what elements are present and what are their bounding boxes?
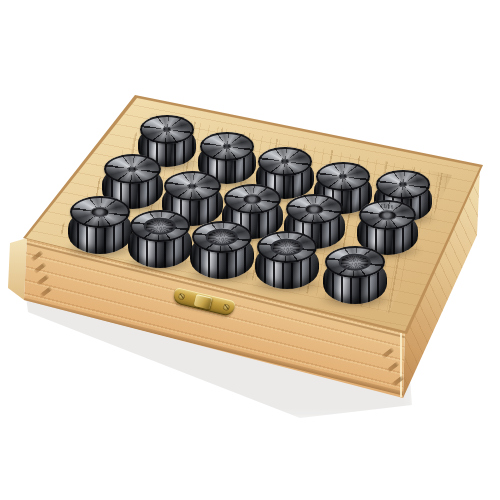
collet-top-face bbox=[325, 246, 385, 278]
collet-r3c3 bbox=[190, 221, 254, 279]
collet-top-face bbox=[200, 132, 255, 161]
collet-bore-hole bbox=[90, 207, 109, 217]
collet-top-face bbox=[257, 231, 317, 263]
collet-top-face bbox=[130, 210, 190, 242]
collet-bore-hole bbox=[128, 167, 137, 172]
collet-bore-hole bbox=[163, 127, 171, 131]
collet-r3c1 bbox=[68, 196, 132, 254]
collet-bore-hole bbox=[281, 159, 289, 163]
collet-size-marking: 11/16 bbox=[381, 203, 395, 209]
collet-bore-hole bbox=[339, 254, 371, 271]
product-photo-stage: 11/16 bbox=[0, 0, 500, 500]
collet-bore-hole bbox=[144, 218, 176, 235]
collet-bore-hole bbox=[339, 174, 347, 178]
collet-r3c4 bbox=[255, 231, 319, 289]
collet-top-face bbox=[316, 162, 371, 191]
collet-grid: 11/16 bbox=[0, 0, 500, 500]
collet-top-face bbox=[70, 196, 130, 228]
collet-bore-hole bbox=[378, 210, 396, 219]
collet-top-face bbox=[258, 147, 313, 176]
collet-bore-hole bbox=[271, 239, 303, 256]
collet-bore-hole bbox=[305, 204, 323, 213]
collet-bore-hole bbox=[206, 229, 238, 246]
collet-top-face bbox=[192, 221, 252, 253]
collet-bore-hole bbox=[243, 194, 261, 203]
collet-top-face bbox=[376, 170, 431, 199]
collet-r3c2 bbox=[128, 210, 192, 268]
collet-bore-hole bbox=[399, 182, 407, 186]
collet-bore-hole bbox=[188, 184, 197, 189]
collet-bore-hole bbox=[223, 144, 231, 148]
collet-top-face bbox=[140, 115, 195, 144]
collet-r3c5 bbox=[323, 246, 387, 304]
